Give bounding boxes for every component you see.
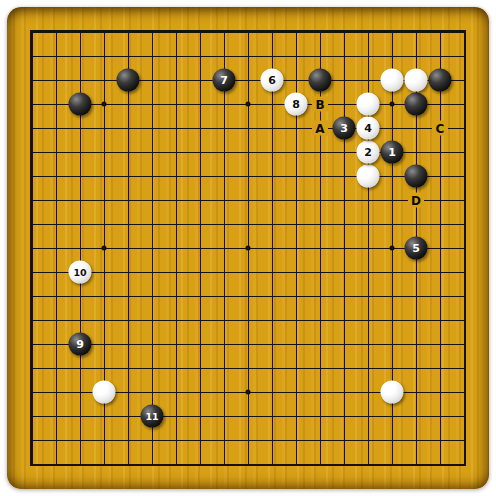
stone-black-C6[interactable]: 9 — [69, 333, 92, 356]
stone-white-P14[interactable]: 2 — [357, 141, 380, 164]
stone-black-Q14[interactable]: 1 — [381, 141, 404, 164]
stone-white-L17[interactable]: 6 — [261, 69, 284, 92]
stone-black-O15[interactable]: 3 — [333, 117, 356, 140]
stone-black-J17[interactable]: 7 — [213, 69, 236, 92]
stone-white-P16[interactable] — [357, 93, 380, 116]
stone-black-F3[interactable]: 11 — [141, 405, 164, 428]
star-point — [390, 102, 395, 107]
stone-white-D4[interactable] — [93, 381, 116, 404]
stone-black-S17[interactable] — [429, 69, 452, 92]
stone-white-P13[interactable] — [357, 165, 380, 188]
stone-white-P15[interactable]: 4 — [357, 117, 380, 140]
letter-label-D-R12: D — [408, 193, 424, 208]
star-point — [102, 246, 107, 251]
star-point — [390, 246, 395, 251]
letter-label-B-N16: B — [312, 97, 328, 112]
goban[interactable]: 1234567891011ABCD — [7, 7, 489, 489]
star-point — [246, 102, 251, 107]
stone-black-R16[interactable] — [405, 93, 428, 116]
star-point — [246, 246, 251, 251]
stone-white-Q4[interactable] — [381, 381, 404, 404]
stone-black-R10[interactable]: 5 — [405, 237, 428, 260]
stone-white-Q17[interactable] — [381, 69, 404, 92]
stone-white-R17[interactable] — [405, 69, 428, 92]
stone-black-C16[interactable] — [69, 93, 92, 116]
letter-label-A-N15: A — [312, 121, 328, 136]
stone-white-M16[interactable]: 8 — [285, 93, 308, 116]
stone-black-E17[interactable] — [117, 69, 140, 92]
stone-black-R13[interactable] — [405, 165, 428, 188]
stone-black-N17[interactable] — [309, 69, 332, 92]
letter-label-C-S15: C — [432, 121, 448, 136]
stone-white-C9[interactable]: 10 — [69, 261, 92, 284]
star-point — [246, 390, 251, 395]
star-point — [102, 102, 107, 107]
